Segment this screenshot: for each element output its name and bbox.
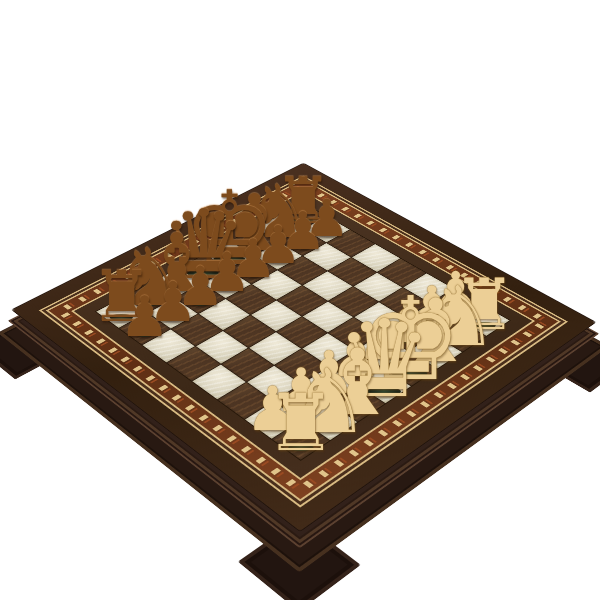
- board-top-surface: [12, 163, 595, 531]
- chess-grid: [96, 203, 509, 460]
- product-photo-scene: ♜♟♟♜♞♟♟♞♝♟♟♝♚♟♟♚♛♟♟♛♝♟♟♝♞♟♟♞♜♟♟♜: [0, 0, 600, 600]
